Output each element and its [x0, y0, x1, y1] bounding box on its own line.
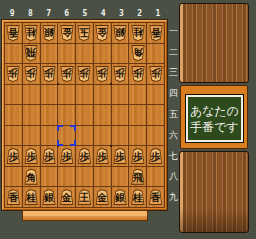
square-2六[interactable]: [129, 126, 146, 146]
square-2一[interactable]: 桂: [129, 23, 146, 43]
piece-face: 歩: [61, 149, 73, 163]
square-7五[interactable]: [41, 105, 58, 125]
square-8五[interactable]: [23, 105, 40, 125]
square-8二[interactable]: 飛: [23, 44, 40, 64]
piece-face: 歩: [61, 67, 73, 81]
piece-face: 歩: [150, 67, 162, 81]
piece-face: 香: [150, 190, 162, 204]
square-9五[interactable]: [5, 105, 22, 125]
square-1三[interactable]: 歩: [147, 64, 164, 84]
piece-銀-sente[interactable]: 銀: [113, 189, 127, 205]
square-2五[interactable]: [129, 105, 146, 125]
square-6一[interactable]: 金: [58, 23, 75, 43]
piece-金-gote[interactable]: 金: [60, 25, 74, 41]
square-1八[interactable]: [147, 167, 164, 187]
square-9二[interactable]: [5, 44, 22, 64]
piece-face: 角: [25, 170, 37, 184]
square-8一[interactable]: 桂: [23, 23, 40, 43]
piece-face: 歩: [132, 149, 144, 163]
square-1六[interactable]: [147, 126, 164, 146]
square-3六[interactable]: [112, 126, 129, 146]
square-2九[interactable]: 桂: [129, 187, 146, 207]
piece-歩-sente[interactable]: 歩: [60, 148, 74, 164]
piece-歩-sente[interactable]: 歩: [24, 148, 38, 164]
wood-panel-top: [179, 3, 249, 83]
square-5九[interactable]: 王: [76, 187, 93, 207]
square-5四[interactable]: [76, 85, 93, 105]
square-4三[interactable]: 歩: [94, 64, 111, 84]
square-5三[interactable]: 歩: [76, 64, 93, 84]
piece-歩-sente[interactable]: 歩: [42, 148, 56, 164]
piece-face: 銀: [43, 26, 55, 40]
piece-face: 香: [7, 190, 19, 204]
square-3九[interactable]: 銀: [112, 187, 129, 207]
piece-桂-sente[interactable]: 桂: [24, 189, 38, 205]
square-6五[interactable]: [58, 105, 75, 125]
piece-桂-gote[interactable]: 桂: [131, 25, 145, 41]
piece-face: 桂: [25, 190, 37, 204]
piece-歩-sente[interactable]: 歩: [149, 148, 163, 164]
piece-金-sente[interactable]: 金: [95, 189, 109, 205]
square-2二[interactable]: 角: [129, 44, 146, 64]
rank-label-四: 四: [168, 83, 179, 104]
square-3七[interactable]: 歩: [112, 146, 129, 166]
piece-歩-gote[interactable]: 歩: [42, 66, 56, 82]
piece-face: 銀: [114, 190, 126, 204]
piece-飛-gote[interactable]: 飛: [24, 45, 38, 61]
piece-face: 歩: [25, 149, 37, 163]
square-6四[interactable]: [58, 85, 75, 105]
piece-face: 金: [61, 26, 73, 40]
square-2四[interactable]: [129, 85, 146, 105]
piece-face: 桂: [132, 190, 144, 204]
piece-face: 歩: [96, 67, 108, 81]
piece-face: 銀: [114, 26, 126, 40]
piece-face: 桂: [132, 26, 144, 40]
piece-桂-sente[interactable]: 桂: [131, 189, 145, 205]
piece-face: 香: [7, 26, 19, 40]
piece-face: 飛: [25, 46, 37, 60]
piece-歩-sente[interactable]: 歩: [95, 148, 109, 164]
piece-歩-gote[interactable]: 歩: [60, 66, 74, 82]
square-1九[interactable]: 香: [147, 187, 164, 207]
square-9三[interactable]: 歩: [5, 64, 22, 84]
piece-玉-gote[interactable]: 玉: [77, 25, 91, 41]
rank-label-八: 八: [168, 166, 179, 187]
piece-歩-sente[interactable]: 歩: [131, 148, 145, 164]
board-grid: 香桂銀金玉金銀桂香飛角歩歩歩歩歩歩歩歩歩歩歩歩歩歩歩歩歩歩角飛香桂銀金王金銀桂香: [4, 22, 165, 208]
piece-face: 香: [150, 26, 162, 40]
piece-face: 桂: [25, 26, 37, 40]
square-4四[interactable]: [94, 85, 111, 105]
square-8八[interactable]: 角: [23, 167, 40, 187]
rank-labels: 一二三四五六七八九: [168, 21, 179, 208]
square-6三[interactable]: 歩: [58, 64, 75, 84]
star-point: [57, 83, 59, 85]
square-3二[interactable]: [112, 44, 129, 64]
square-2七[interactable]: 歩: [129, 146, 146, 166]
square-5一[interactable]: 玉: [76, 23, 93, 43]
file-label-3: 3: [112, 9, 130, 18]
square-3三[interactable]: 歩: [112, 64, 129, 84]
turn-message-line-1: あなたの: [190, 103, 239, 119]
square-9六[interactable]: [5, 126, 22, 146]
rank-label-一: 一: [168, 21, 179, 42]
piece-face: 銀: [43, 190, 55, 204]
square-5五[interactable]: [76, 105, 93, 125]
piece-歩-gote[interactable]: 歩: [113, 66, 127, 82]
piece-歩-gote[interactable]: 歩: [149, 66, 163, 82]
piece-face: 飛: [132, 170, 144, 184]
square-4六[interactable]: [94, 126, 111, 146]
square-1七[interactable]: 歩: [147, 146, 164, 166]
turn-message-line-2: 手番です: [190, 119, 239, 135]
square-1一[interactable]: 香: [147, 23, 164, 43]
square-7七[interactable]: 歩: [41, 146, 58, 166]
piece-face: 歩: [96, 149, 108, 163]
piece-香-gote[interactable]: 香: [149, 25, 163, 41]
square-9一[interactable]: 香: [5, 23, 22, 43]
shogi-board: 香桂銀金玉金銀桂香飛角歩歩歩歩歩歩歩歩歩歩歩歩歩歩歩歩歩歩角飛香桂銀金王金銀桂香: [1, 19, 168, 211]
square-6七[interactable]: 歩: [58, 146, 75, 166]
piece-飛-sente[interactable]: 飛: [131, 169, 145, 185]
file-label-2: 2: [131, 9, 149, 18]
square-7八[interactable]: [41, 167, 58, 187]
square-9七[interactable]: 歩: [5, 146, 22, 166]
piece-角-sente[interactable]: 角: [24, 169, 38, 185]
piece-face: 歩: [78, 149, 90, 163]
piece-角-gote[interactable]: 角: [131, 45, 145, 61]
piece-face: 玉: [78, 26, 90, 40]
piece-歩-sente[interactable]: 歩: [6, 148, 20, 164]
file-label-7: 7: [39, 9, 57, 18]
piece-face: 歩: [43, 67, 55, 81]
square-4二[interactable]: [94, 44, 111, 64]
square-5七[interactable]: 歩: [76, 146, 93, 166]
square-5六[interactable]: [76, 126, 93, 146]
square-6九[interactable]: 金: [58, 187, 75, 207]
piece-桂-gote[interactable]: 桂: [24, 25, 38, 41]
piece-face: 歩: [114, 67, 126, 81]
square-6二[interactable]: [58, 44, 75, 64]
rank-label-六: 六: [168, 125, 179, 146]
piece-歩-gote[interactable]: 歩: [131, 66, 145, 82]
piece-歩-gote[interactable]: 歩: [77, 66, 91, 82]
piece-歩-gote[interactable]: 歩: [6, 66, 20, 82]
piece-face: 歩: [7, 149, 19, 163]
file-label-9: 9: [3, 9, 21, 18]
rank-label-三: 三: [168, 63, 179, 84]
square-7一[interactable]: 銀: [41, 23, 58, 43]
piece-歩-gote[interactable]: 歩: [24, 66, 38, 82]
rank-label-九: 九: [168, 187, 179, 208]
square-3八[interactable]: [112, 167, 129, 187]
turn-message-panel: あなたの 手番です: [186, 95, 243, 142]
piece-歩-sente[interactable]: 歩: [77, 148, 91, 164]
piece-face: 金: [61, 190, 73, 204]
piece-金-sente[interactable]: 金: [60, 189, 74, 205]
file-label-6: 6: [58, 9, 76, 18]
file-label-5: 5: [76, 9, 94, 18]
square-8七[interactable]: 歩: [23, 146, 40, 166]
square-1五[interactable]: [147, 105, 164, 125]
square-8四[interactable]: [23, 85, 40, 105]
square-4九[interactable]: 金: [94, 187, 111, 207]
piece-銀-gote[interactable]: 銀: [113, 25, 127, 41]
square-1二[interactable]: [147, 44, 164, 64]
star-point: [110, 83, 112, 85]
piece-face: 角: [132, 46, 144, 60]
square-7九[interactable]: 銀: [41, 187, 58, 207]
square-7四[interactable]: [41, 85, 58, 105]
wood-panel-bottom: [179, 151, 249, 233]
piece-歩-sente[interactable]: 歩: [113, 148, 127, 164]
square-4一[interactable]: 金: [94, 23, 111, 43]
piece-歩-gote[interactable]: 歩: [95, 66, 109, 82]
piece-face: 歩: [25, 67, 37, 81]
piece-金-gote[interactable]: 金: [95, 25, 109, 41]
square-9九[interactable]: 香: [5, 187, 22, 207]
square-7三[interactable]: 歩: [41, 64, 58, 84]
file-labels: 987654321: [3, 9, 167, 18]
file-label-1: 1: [149, 9, 167, 18]
square-3四[interactable]: [112, 85, 129, 105]
piece-face: 金: [96, 26, 108, 40]
square-4五[interactable]: [94, 105, 111, 125]
board-stand: [22, 210, 148, 221]
square-8九[interactable]: 桂: [23, 187, 40, 207]
square-3五[interactable]: [112, 105, 129, 125]
file-label-4: 4: [94, 9, 112, 18]
square-2八[interactable]: 飛: [129, 167, 146, 187]
piece-香-gote[interactable]: 香: [6, 25, 20, 41]
square-7六[interactable]: [41, 126, 58, 146]
square-9八[interactable]: [5, 167, 22, 187]
piece-face: 金: [96, 190, 108, 204]
square-1四[interactable]: [147, 85, 164, 105]
piece-face: 歩: [132, 67, 144, 81]
piece-王-sente[interactable]: 王: [77, 189, 91, 205]
square-9四[interactable]: [5, 85, 22, 105]
piece-face: 歩: [150, 149, 162, 163]
rank-label-七: 七: [168, 146, 179, 167]
piece-face: 王: [78, 190, 90, 204]
shogi-game-screen: 987654321 香桂銀金玉金銀桂香飛角歩歩歩歩歩歩歩歩歩歩歩歩歩歩歩歩歩歩角…: [0, 0, 256, 239]
piece-face: 歩: [43, 149, 55, 163]
square-6八[interactable]: [58, 167, 75, 187]
message-frame: あなたの 手番です: [180, 85, 248, 149]
piece-香-sente[interactable]: 香: [149, 189, 163, 205]
square-2三[interactable]: 歩: [129, 64, 146, 84]
file-label-8: 8: [21, 9, 39, 18]
square-8三[interactable]: 歩: [23, 64, 40, 84]
square-5八[interactable]: [76, 167, 93, 187]
piece-face: 歩: [7, 67, 19, 81]
square-3一[interactable]: 銀: [112, 23, 129, 43]
square-6六[interactable]: [58, 126, 75, 146]
square-8六[interactable]: [23, 126, 40, 146]
square-5二[interactable]: [76, 44, 93, 64]
piece-face: 歩: [78, 67, 90, 81]
piece-香-sente[interactable]: 香: [6, 189, 20, 205]
selection-cursor: [57, 125, 76, 147]
star-point: [110, 145, 112, 147]
piece-銀-sente[interactable]: 銀: [42, 189, 56, 205]
rank-label-二: 二: [168, 42, 179, 63]
piece-face: 歩: [114, 149, 126, 163]
rank-label-五: 五: [168, 104, 179, 125]
square-4八[interactable]: [94, 167, 111, 187]
piece-銀-gote[interactable]: 銀: [42, 25, 56, 41]
square-7二[interactable]: [41, 44, 58, 64]
square-4七[interactable]: 歩: [94, 146, 111, 166]
